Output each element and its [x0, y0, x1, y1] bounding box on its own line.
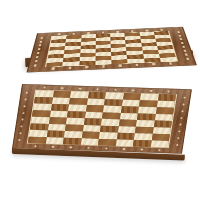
rank-mark-right-8-dot: [177, 31, 180, 33]
rank-mark-right-6-dot: [179, 38, 182, 40]
square-c1: [79, 61, 95, 66]
rank-mark-right-5-dot: [180, 117, 183, 119]
rank-mark-right-4-dot: [179, 124, 182, 126]
square-c1: [63, 138, 82, 145]
rank-mark-left-5-dot: [22, 112, 25, 114]
square-g1: [143, 58, 160, 63]
file-mark-bottom-c-dot: [69, 146, 72, 148]
front-board-open: [12, 84, 192, 154]
rank-mark-left-6-dot: [39, 44, 42, 46]
rank-mark-right-3-dot: [178, 130, 181, 132]
file-mark-top-d-dot: [96, 88, 99, 90]
rank-mark-right-1-dot: [186, 57, 190, 60]
file-mark-top-b-dot: [61, 87, 64, 89]
rank-mark-left-6-dot: [23, 105, 26, 107]
file-mark-bottom-g-dot: [152, 63, 155, 66]
rank-mark-right-2-dot: [184, 53, 188, 56]
file-mark-bottom-g-dot: [140, 149, 143, 151]
file-mark-bottom-e-dot: [105, 148, 108, 150]
square-h1: [150, 140, 169, 147]
file-mark-top-h-dot: [167, 90, 170, 92]
rank-mark-left-3-dot: [36, 56, 39, 59]
square-b1: [62, 61, 79, 66]
square-h1: [160, 57, 177, 62]
file-mark-top-g-dot: [149, 90, 152, 92]
rank-mark-left-4-dot: [21, 119, 24, 121]
file-mark-bottom-e-dot: [118, 64, 121, 67]
file-mark-bottom-d-dot: [102, 65, 105, 68]
rank-mark-left-1-dot: [18, 139, 21, 141]
file-mark-bottom-d-dot: [87, 147, 90, 149]
rank-mark-right-7-dot: [182, 104, 185, 106]
back-board-folded: [26, 27, 196, 73]
file-mark-top-c-dot: [79, 88, 82, 90]
file-mark-bottom-a-dot: [34, 145, 37, 147]
file-mark-top-e-dot: [114, 89, 117, 91]
file-mark-bottom-h-dot: [168, 62, 172, 65]
rank-mark-left-7-dot: [24, 99, 27, 101]
square-g1: [133, 140, 152, 147]
back-board-frame: [26, 27, 196, 73]
rank-mark-right-4-dot: [182, 45, 186, 47]
square-e1: [111, 59, 128, 64]
rank-mark-left-3-dot: [20, 125, 23, 127]
front-chess-grid: [28, 90, 176, 147]
square-b1: [45, 137, 64, 144]
rank-mark-right-2-dot: [177, 137, 180, 139]
rank-mark-right-7-dot: [178, 35, 181, 37]
rank-mark-left-2-dot: [35, 60, 38, 63]
rank-mark-right-3-dot: [183, 49, 187, 52]
rank-mark-left-8-dot: [40, 37, 43, 39]
file-mark-bottom-f-dot: [123, 148, 126, 150]
rank-mark-right-1-dot: [176, 144, 179, 146]
back-board-inlay-line: [45, 31, 178, 67]
rank-mark-left-5-dot: [38, 48, 41, 50]
front-board-frame: [12, 84, 192, 154]
rank-mark-left-4-dot: [37, 52, 40, 55]
file-mark-bottom-f-dot: [135, 64, 138, 67]
file-mark-top-f-dot: [132, 89, 135, 91]
square-f1: [127, 58, 144, 63]
product-photo-scene: [0, 0, 200, 200]
rank-mark-left-8-dot: [25, 92, 28, 94]
rank-mark-left-2-dot: [19, 132, 22, 134]
file-mark-bottom-c-dot: [85, 66, 88, 69]
rank-mark-right-6-dot: [181, 110, 184, 112]
file-mark-bottom-b-dot: [52, 146, 55, 148]
rank-mark-left-7-dot: [40, 41, 43, 43]
file-mark-bottom-h-dot: [158, 149, 161, 151]
back-chess-grid: [46, 31, 177, 67]
rank-mark-right-8-dot: [183, 97, 186, 99]
file-mark-bottom-a-dot: [51, 67, 54, 70]
rank-mark-left-1-dot: [34, 64, 37, 67]
square-a1: [46, 62, 63, 67]
square-f1: [115, 139, 134, 146]
file-mark-top-a-dot: [43, 86, 46, 88]
square-a1: [28, 136, 47, 143]
square-d1: [80, 138, 99, 145]
file-mark-bottom-b-dot: [68, 66, 71, 69]
square-e1: [98, 139, 117, 146]
square-d1: [95, 60, 111, 65]
front-board-inlay-line: [27, 90, 177, 148]
rank-mark-right-5-dot: [180, 42, 183, 44]
